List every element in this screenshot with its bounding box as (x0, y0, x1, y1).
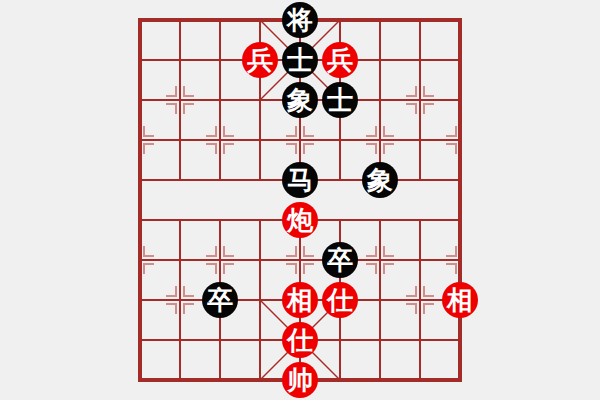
piece-black-soldier[interactable]: 卒 (322, 242, 358, 278)
piece-red-general[interactable]: 帅 (282, 362, 318, 398)
xiangqi-diagram: 将兵士兵象士马象炮卒卒相仕相仕帅 (0, 0, 600, 400)
piece-red-advisor[interactable]: 仕 (322, 282, 358, 318)
piece-black-elephant[interactable]: 象 (282, 82, 318, 118)
piece-red-elephant[interactable]: 相 (442, 282, 478, 318)
piece-red-advisor[interactable]: 仕 (282, 322, 318, 358)
piece-black-soldier[interactable]: 卒 (202, 282, 238, 318)
piece-black-advisor[interactable]: 士 (282, 42, 318, 78)
piece-red-soldier[interactable]: 兵 (242, 42, 278, 78)
piece-red-cannon[interactable]: 炮 (282, 202, 318, 238)
piece-black-general[interactable]: 将 (282, 2, 318, 38)
piece-black-elephant[interactable]: 象 (362, 162, 398, 198)
pieces-layer: 将兵士兵象士马象炮卒卒相仕相仕帅 (120, 0, 480, 400)
piece-red-soldier[interactable]: 兵 (322, 42, 358, 78)
piece-red-elephant[interactable]: 相 (282, 282, 318, 318)
piece-black-horse[interactable]: 马 (282, 162, 318, 198)
piece-black-advisor[interactable]: 士 (322, 82, 358, 118)
